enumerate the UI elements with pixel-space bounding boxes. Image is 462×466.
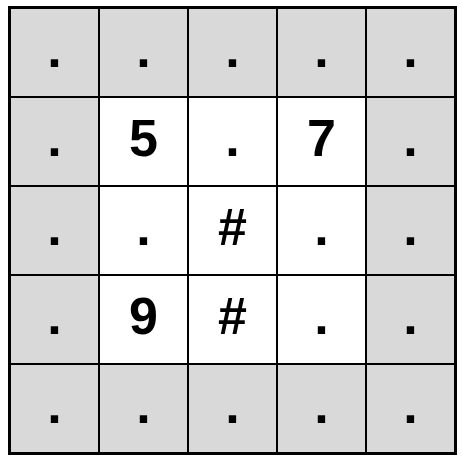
cell-glyph: . (314, 379, 328, 431)
cell-r1c3[interactable]: . (189, 9, 276, 96)
cell-r3c4[interactable]: . (278, 187, 365, 274)
cell-glyph: . (403, 201, 417, 253)
cell-glyph: . (225, 379, 239, 431)
cell-r4c2[interactable]: 9 (100, 276, 187, 363)
cell-glyph: . (225, 23, 239, 75)
cell-glyph: . (47, 23, 61, 75)
cell-glyph: . (403, 379, 417, 431)
cell-glyph: . (136, 201, 150, 253)
cell-r5c2[interactable]: . (100, 365, 187, 452)
cell-r2c4[interactable]: 7 (278, 98, 365, 185)
cell-r2c5[interactable]: . (367, 98, 454, 185)
cell-r1c4[interactable]: . (278, 9, 365, 96)
cell-glyph: . (136, 23, 150, 75)
cell-glyph: . (225, 112, 239, 164)
cell-r4c5[interactable]: . (367, 276, 454, 363)
cell-r4c1[interactable]: . (11, 276, 98, 363)
cell-r1c2[interactable]: . (100, 9, 187, 96)
cell-r4c3[interactable]: # (189, 276, 276, 363)
cell-r3c1[interactable]: . (11, 187, 98, 274)
cell-r1c1[interactable]: . (11, 9, 98, 96)
cell-glyph: 5 (129, 112, 158, 164)
cell-r5c4[interactable]: . (278, 365, 365, 452)
cell-glyph: . (47, 379, 61, 431)
cell-glyph: # (218, 290, 247, 342)
cell-glyph: . (403, 23, 417, 75)
cell-r2c3[interactable]: . (189, 98, 276, 185)
cell-glyph: . (47, 112, 61, 164)
cell-glyph: . (314, 23, 328, 75)
cell-glyph: 7 (307, 112, 336, 164)
cell-r2c1[interactable]: . (11, 98, 98, 185)
cell-r5c3[interactable]: . (189, 365, 276, 452)
cell-glyph: # (218, 201, 247, 253)
cell-r4c4[interactable]: . (278, 276, 365, 363)
cell-r3c2[interactable]: . (100, 187, 187, 274)
cell-r3c5[interactable]: . (367, 187, 454, 274)
cell-glyph: . (314, 290, 328, 342)
cell-r1c5[interactable]: . (367, 9, 454, 96)
cell-glyph: 9 (129, 290, 158, 342)
cell-r2c2[interactable]: 5 (100, 98, 187, 185)
cell-glyph: . (314, 201, 328, 253)
cell-r5c1[interactable]: . (11, 365, 98, 452)
puzzle-grid: ......5.7...#...9#....... (8, 6, 457, 455)
cell-r5c5[interactable]: . (367, 365, 454, 452)
cell-glyph: . (136, 379, 150, 431)
cell-glyph: . (403, 290, 417, 342)
cell-r3c3[interactable]: # (189, 187, 276, 274)
cell-glyph: . (47, 201, 61, 253)
cell-glyph: . (47, 290, 61, 342)
cell-glyph: . (403, 112, 417, 164)
